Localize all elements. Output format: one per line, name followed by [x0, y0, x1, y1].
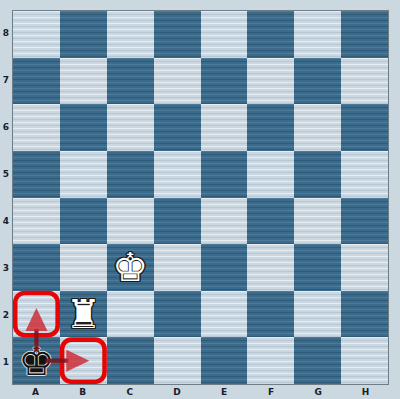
square-f5[interactable]	[247, 151, 294, 198]
chess-diagram: 87654321 ♚♜♚ ABCDEFGH	[0, 0, 400, 399]
square-g2[interactable]	[294, 291, 341, 338]
square-b5[interactable]	[60, 151, 107, 198]
square-a5[interactable]	[13, 151, 60, 198]
square-d6[interactable]	[154, 104, 201, 151]
square-d1[interactable]	[154, 337, 201, 384]
file-label-h: H	[342, 385, 389, 399]
square-e6[interactable]	[201, 104, 248, 151]
square-c5[interactable]	[107, 151, 154, 198]
square-h7[interactable]	[341, 58, 388, 105]
square-a7[interactable]	[13, 58, 60, 105]
square-a1[interactable]: ♚	[13, 337, 60, 384]
square-g7[interactable]	[294, 58, 341, 105]
square-d7[interactable]	[154, 58, 201, 105]
square-f6[interactable]	[247, 104, 294, 151]
square-g6[interactable]	[294, 104, 341, 151]
white-king[interactable]: ♚	[107, 244, 154, 291]
square-h5[interactable]	[341, 151, 388, 198]
square-f4[interactable]	[247, 198, 294, 245]
square-c2[interactable]	[107, 291, 154, 338]
square-g4[interactable]	[294, 198, 341, 245]
square-g1[interactable]	[294, 337, 341, 384]
white-rook[interactable]: ♜	[60, 291, 107, 338]
square-a6[interactable]	[13, 104, 60, 151]
square-h3[interactable]	[341, 244, 388, 291]
square-e8[interactable]	[201, 11, 248, 58]
square-g3[interactable]	[294, 244, 341, 291]
square-e7[interactable]	[201, 58, 248, 105]
file-label-b: B	[59, 385, 106, 399]
rank-label-5: 5	[0, 151, 12, 198]
square-h2[interactable]	[341, 291, 388, 338]
square-b8[interactable]	[60, 11, 107, 58]
rank-label-3: 3	[0, 244, 12, 291]
file-label-a: A	[12, 385, 59, 399]
file-labels: ABCDEFGH	[12, 385, 389, 399]
square-a4[interactable]	[13, 198, 60, 245]
square-c8[interactable]	[107, 11, 154, 58]
file-label-f: F	[248, 385, 295, 399]
square-e2[interactable]	[201, 291, 248, 338]
square-c4[interactable]	[107, 198, 154, 245]
file-label-e: E	[201, 385, 248, 399]
square-d5[interactable]	[154, 151, 201, 198]
square-f7[interactable]	[247, 58, 294, 105]
square-f2[interactable]	[247, 291, 294, 338]
rank-label-2: 2	[0, 291, 12, 338]
square-a2[interactable]	[13, 291, 60, 338]
square-b7[interactable]	[60, 58, 107, 105]
square-c7[interactable]	[107, 58, 154, 105]
square-b4[interactable]	[60, 198, 107, 245]
square-d3[interactable]	[154, 244, 201, 291]
square-e1[interactable]	[201, 337, 248, 384]
square-h6[interactable]	[341, 104, 388, 151]
square-d8[interactable]	[154, 11, 201, 58]
square-c6[interactable]	[107, 104, 154, 151]
square-d2[interactable]	[154, 291, 201, 338]
rank-label-1: 1	[0, 338, 12, 385]
rank-label-8: 8	[0, 10, 12, 57]
file-label-g: G	[295, 385, 342, 399]
file-label-c: C	[106, 385, 153, 399]
black-king[interactable]: ♚	[13, 337, 60, 384]
rank-label-4: 4	[0, 198, 12, 245]
square-g5[interactable]	[294, 151, 341, 198]
square-e3[interactable]	[201, 244, 248, 291]
square-e5[interactable]	[201, 151, 248, 198]
file-label-d: D	[153, 385, 200, 399]
rank-labels: 87654321	[0, 10, 12, 385]
square-b3[interactable]	[60, 244, 107, 291]
chess-board[interactable]: ♚♜♚	[12, 10, 389, 385]
square-e4[interactable]	[201, 198, 248, 245]
square-b2[interactable]: ♜	[60, 291, 107, 338]
rank-label-6: 6	[0, 104, 12, 151]
square-b1[interactable]	[60, 337, 107, 384]
square-f8[interactable]	[247, 11, 294, 58]
square-c3[interactable]: ♚	[107, 244, 154, 291]
square-d4[interactable]	[154, 198, 201, 245]
square-b6[interactable]	[60, 104, 107, 151]
square-h1[interactable]	[341, 337, 388, 384]
square-h8[interactable]	[341, 11, 388, 58]
square-a3[interactable]	[13, 244, 60, 291]
square-g8[interactable]	[294, 11, 341, 58]
square-h4[interactable]	[341, 198, 388, 245]
square-a8[interactable]	[13, 11, 60, 58]
square-f3[interactable]	[247, 244, 294, 291]
rank-label-7: 7	[0, 57, 12, 104]
square-f1[interactable]	[247, 337, 294, 384]
square-c1[interactable]	[107, 337, 154, 384]
